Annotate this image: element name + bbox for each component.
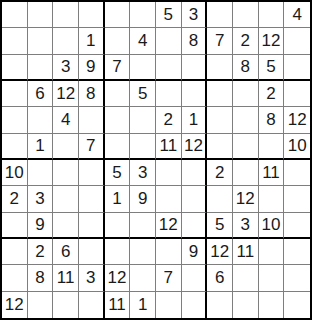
cell-r3c2[interactable] bbox=[28, 55, 54, 81]
cell-r3c11: 5 bbox=[259, 55, 285, 81]
cell-r12c2[interactable] bbox=[28, 292, 54, 318]
cell-r1c7: 5 bbox=[156, 2, 182, 28]
cell-r11c5: 12 bbox=[105, 265, 131, 291]
cell-r4c4: 8 bbox=[79, 81, 105, 107]
cell-r3c8[interactable] bbox=[182, 55, 208, 81]
cell-r4c11: 2 bbox=[259, 81, 285, 107]
cell-r10c5[interactable] bbox=[105, 239, 131, 265]
cell-r9c5[interactable] bbox=[105, 213, 131, 239]
cell-r4c5[interactable] bbox=[105, 81, 131, 107]
cell-r8c2: 3 bbox=[28, 186, 54, 212]
cell-r5c5[interactable] bbox=[105, 107, 131, 133]
cell-r11c1[interactable] bbox=[2, 265, 28, 291]
cell-r12c1: 12 bbox=[2, 292, 28, 318]
cell-r5c4[interactable] bbox=[79, 107, 105, 133]
cell-r2c9: 7 bbox=[207, 28, 233, 54]
cell-r9c8[interactable] bbox=[182, 213, 208, 239]
cell-r8c3[interactable] bbox=[53, 186, 79, 212]
cell-r11c12[interactable] bbox=[284, 265, 310, 291]
cell-r5c11: 8 bbox=[259, 107, 285, 133]
cell-r7c6: 3 bbox=[130, 160, 156, 186]
cell-r7c7[interactable] bbox=[156, 160, 182, 186]
cell-r5c10[interactable] bbox=[233, 107, 259, 133]
cell-r5c8: 1 bbox=[182, 107, 208, 133]
cell-r2c7[interactable] bbox=[156, 28, 182, 54]
cell-r8c12[interactable] bbox=[284, 186, 310, 212]
cell-r6c10[interactable] bbox=[233, 134, 259, 160]
cell-r8c11[interactable] bbox=[259, 186, 285, 212]
cell-r2c5[interactable] bbox=[105, 28, 131, 54]
cell-r1c5[interactable] bbox=[105, 2, 131, 28]
cell-r11c6[interactable] bbox=[130, 265, 156, 291]
cell-r10c10: 11 bbox=[233, 239, 259, 265]
cell-r10c8: 9 bbox=[182, 239, 208, 265]
cell-r11c11[interactable] bbox=[259, 265, 285, 291]
cell-r5c6[interactable] bbox=[130, 107, 156, 133]
cell-r3c6[interactable] bbox=[130, 55, 156, 81]
cell-r5c9[interactable] bbox=[207, 107, 233, 133]
cell-r7c9: 2 bbox=[207, 160, 233, 186]
cell-r8c9[interactable] bbox=[207, 186, 233, 212]
cell-r2c2[interactable] bbox=[28, 28, 54, 54]
cell-r4c1[interactable] bbox=[2, 81, 28, 107]
cell-r7c2[interactable] bbox=[28, 160, 54, 186]
cell-r1c6[interactable] bbox=[130, 2, 156, 28]
cell-r8c1: 2 bbox=[2, 186, 28, 212]
cell-r1c4[interactable] bbox=[79, 2, 105, 28]
cell-r3c9[interactable] bbox=[207, 55, 233, 81]
cell-r10c12[interactable] bbox=[284, 239, 310, 265]
cell-r12c12[interactable] bbox=[284, 292, 310, 318]
cell-r7c11: 11 bbox=[259, 160, 285, 186]
cell-r9c9: 5 bbox=[207, 213, 233, 239]
cell-r3c5: 7 bbox=[105, 55, 131, 81]
cell-r4c12[interactable] bbox=[284, 81, 310, 107]
cell-r6c2: 1 bbox=[28, 134, 54, 160]
cell-r9c10: 3 bbox=[233, 213, 259, 239]
cell-r5c12: 12 bbox=[284, 107, 310, 133]
cell-r4c2: 6 bbox=[28, 81, 54, 107]
cell-r11c3: 11 bbox=[53, 265, 79, 291]
cell-r6c8: 12 bbox=[182, 134, 208, 160]
cell-r5c7: 2 bbox=[156, 107, 182, 133]
cell-r10c4[interactable] bbox=[79, 239, 105, 265]
cell-r10c1[interactable] bbox=[2, 239, 28, 265]
cell-r2c6: 4 bbox=[130, 28, 156, 54]
cell-r3c10: 8 bbox=[233, 55, 259, 81]
cell-r2c11: 12 bbox=[259, 28, 285, 54]
cell-r11c8[interactable] bbox=[182, 265, 208, 291]
cell-r12c10[interactable] bbox=[233, 292, 259, 318]
cell-r11c4: 3 bbox=[79, 265, 105, 291]
cell-r8c8[interactable] bbox=[182, 186, 208, 212]
cell-r10c7[interactable] bbox=[156, 239, 182, 265]
cell-r8c7[interactable] bbox=[156, 186, 182, 212]
cell-r7c12[interactable] bbox=[284, 160, 310, 186]
cell-r12c3[interactable] bbox=[53, 292, 79, 318]
cell-r7c8[interactable] bbox=[182, 160, 208, 186]
cell-r1c1[interactable] bbox=[2, 2, 28, 28]
cell-r2c8: 8 bbox=[182, 28, 208, 54]
cell-r12c4[interactable] bbox=[79, 292, 105, 318]
cell-r7c3[interactable] bbox=[53, 160, 79, 186]
cell-r7c4[interactable] bbox=[79, 160, 105, 186]
cell-r9c7: 12 bbox=[156, 213, 182, 239]
sudoku-board: 5341487212397856128524218121711121010532… bbox=[0, 0, 312, 320]
cell-r1c11[interactable] bbox=[259, 2, 285, 28]
cell-r3c1[interactable] bbox=[2, 55, 28, 81]
cell-r2c1[interactable] bbox=[2, 28, 28, 54]
cell-r3c7[interactable] bbox=[156, 55, 182, 81]
cell-r4c8[interactable] bbox=[182, 81, 208, 107]
cell-r6c4: 7 bbox=[79, 134, 105, 160]
cell-r12c8[interactable] bbox=[182, 292, 208, 318]
cell-r2c3[interactable] bbox=[53, 28, 79, 54]
cell-r11c7: 7 bbox=[156, 265, 182, 291]
cell-r2c10: 2 bbox=[233, 28, 259, 54]
cell-r3c4: 9 bbox=[79, 55, 105, 81]
cell-r7c5: 5 bbox=[105, 160, 131, 186]
cell-r2c4: 1 bbox=[79, 28, 105, 54]
cell-r1c3[interactable] bbox=[53, 2, 79, 28]
cell-r1c12: 4 bbox=[284, 2, 310, 28]
cell-r10c2: 2 bbox=[28, 239, 54, 265]
cell-r4c6: 5 bbox=[130, 81, 156, 107]
cell-r1c10[interactable] bbox=[233, 2, 259, 28]
cell-r4c3: 12 bbox=[53, 81, 79, 107]
cell-r9c1[interactable] bbox=[2, 213, 28, 239]
cell-r6c7: 11 bbox=[156, 134, 182, 160]
cell-r3c3: 3 bbox=[53, 55, 79, 81]
cell-r12c9[interactable] bbox=[207, 292, 233, 318]
cell-r12c5: 11 bbox=[105, 292, 131, 318]
cell-r6c6[interactable] bbox=[130, 134, 156, 160]
cell-r6c11[interactable] bbox=[259, 134, 285, 160]
cell-r6c3[interactable] bbox=[53, 134, 79, 160]
cell-r6c12: 10 bbox=[284, 134, 310, 160]
cell-r12c6: 1 bbox=[130, 292, 156, 318]
cell-r9c4[interactable] bbox=[79, 213, 105, 239]
cell-r4c9[interactable] bbox=[207, 81, 233, 107]
cell-r7c1: 10 bbox=[2, 160, 28, 186]
cell-r1c2[interactable] bbox=[28, 2, 54, 28]
cell-r6c9[interactable] bbox=[207, 134, 233, 160]
cell-r3c12[interactable] bbox=[284, 55, 310, 81]
cell-r1c8: 3 bbox=[182, 2, 208, 28]
cell-r9c11: 10 bbox=[259, 213, 285, 239]
cell-r4c7[interactable] bbox=[156, 81, 182, 107]
cell-r10c11[interactable] bbox=[259, 239, 285, 265]
cell-r10c3: 6 bbox=[53, 239, 79, 265]
cell-r11c2: 8 bbox=[28, 265, 54, 291]
cell-r4c10[interactable] bbox=[233, 81, 259, 107]
cell-r9c6[interactable] bbox=[130, 213, 156, 239]
cell-r6c5[interactable] bbox=[105, 134, 131, 160]
cell-r8c5: 1 bbox=[105, 186, 131, 212]
cell-r11c10[interactable] bbox=[233, 265, 259, 291]
cell-r5c2[interactable] bbox=[28, 107, 54, 133]
cell-r8c10: 12 bbox=[233, 186, 259, 212]
cell-r8c4[interactable] bbox=[79, 186, 105, 212]
cell-r9c2: 9 bbox=[28, 213, 54, 239]
cell-r5c1[interactable] bbox=[2, 107, 28, 133]
cell-r8c6: 9 bbox=[130, 186, 156, 212]
cell-r12c7[interactable] bbox=[156, 292, 182, 318]
cell-r10c9: 12 bbox=[207, 239, 233, 265]
cell-r10c6[interactable] bbox=[130, 239, 156, 265]
cell-r2c12[interactable] bbox=[284, 28, 310, 54]
cell-r1c9[interactable] bbox=[207, 2, 233, 28]
cell-r9c12[interactable] bbox=[284, 213, 310, 239]
cell-r11c9: 6 bbox=[207, 265, 233, 291]
cell-r7c10[interactable] bbox=[233, 160, 259, 186]
cell-r9c3[interactable] bbox=[53, 213, 79, 239]
cell-r12c11[interactable] bbox=[259, 292, 285, 318]
cell-r5c3: 4 bbox=[53, 107, 79, 133]
cell-r6c1[interactable] bbox=[2, 134, 28, 160]
